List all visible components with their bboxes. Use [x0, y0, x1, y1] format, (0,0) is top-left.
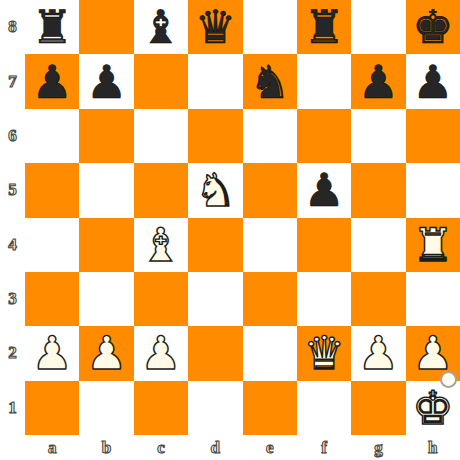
square-b5[interactable]: [79, 163, 133, 217]
square-e4[interactable]: [243, 218, 297, 272]
square-g5[interactable]: [351, 163, 405, 217]
square-c8[interactable]: ♝: [134, 0, 188, 54]
square-h1[interactable]: ♚: [406, 381, 460, 435]
square-h4[interactable]: ♜: [406, 218, 460, 272]
white-bishop[interactable]: ♝: [140, 218, 181, 272]
square-a3[interactable]: [25, 272, 79, 326]
square-e5[interactable]: [243, 163, 297, 217]
square-c6[interactable]: [134, 109, 188, 163]
square-f3[interactable]: [297, 272, 351, 326]
square-e1[interactable]: [243, 381, 297, 435]
square-a7[interactable]: ♟: [25, 54, 79, 108]
square-f1[interactable]: [297, 381, 351, 435]
rank-labels: 87654321: [0, 0, 25, 435]
square-g7[interactable]: ♟: [351, 54, 405, 108]
square-f5[interactable]: ♟: [297, 163, 351, 217]
square-d4[interactable]: [188, 218, 242, 272]
board[interactable]: ♜♝♛♜♚♟♟♞♟♟♞♟♝♜♟♟♟♛♟♟♚: [25, 0, 460, 435]
rank-label-2: 2: [0, 326, 25, 380]
square-b6[interactable]: [79, 109, 133, 163]
square-b1[interactable]: [79, 381, 133, 435]
file-label-g: g: [351, 435, 405, 460]
square-g2[interactable]: ♟: [351, 326, 405, 380]
square-d2[interactable]: [188, 326, 242, 380]
square-h6[interactable]: [406, 109, 460, 163]
square-c1[interactable]: [134, 381, 188, 435]
square-a8[interactable]: ♜: [25, 0, 79, 54]
black-rook[interactable]: ♜: [303, 0, 344, 54]
square-h7[interactable]: ♟: [406, 54, 460, 108]
rank-label-8: 8: [0, 0, 25, 54]
square-g4[interactable]: [351, 218, 405, 272]
white-rook[interactable]: ♜: [412, 218, 453, 272]
square-a2[interactable]: ♟: [25, 326, 79, 380]
square-a4[interactable]: [25, 218, 79, 272]
file-label-e: e: [243, 435, 297, 460]
rank-label-7: 7: [0, 54, 25, 108]
chess-board-screenshot: 87654321 ♜♝♛♜♚♟♟♞♟♟♞♟♝♜♟♟♟♛♟♟♚ abcdefgh: [0, 0, 460, 460]
black-pawn[interactable]: ♟: [412, 55, 453, 109]
square-d6[interactable]: [188, 109, 242, 163]
square-g8[interactable]: [351, 0, 405, 54]
square-f6[interactable]: [297, 109, 351, 163]
file-label-h: h: [406, 435, 460, 460]
square-d7[interactable]: [188, 54, 242, 108]
black-pawn[interactable]: ♟: [86, 55, 127, 109]
square-c4[interactable]: ♝: [134, 218, 188, 272]
square-d3[interactable]: [188, 272, 242, 326]
rank-label-3: 3: [0, 272, 25, 326]
square-f2[interactable]: ♛: [297, 326, 351, 380]
white-pawn[interactable]: ♟: [86, 326, 127, 380]
black-pawn[interactable]: ♟: [303, 163, 344, 217]
black-rook[interactable]: ♜: [32, 0, 73, 54]
square-e2[interactable]: [243, 326, 297, 380]
black-bishop[interactable]: ♝: [140, 0, 181, 54]
square-f4[interactable]: [297, 218, 351, 272]
square-h8[interactable]: ♚: [406, 0, 460, 54]
white-knight[interactable]: ♞: [195, 163, 236, 217]
file-label-b: b: [79, 435, 133, 460]
square-b8[interactable]: [79, 0, 133, 54]
square-g3[interactable]: [351, 272, 405, 326]
square-g1[interactable]: [351, 381, 405, 435]
white-king[interactable]: ♚: [412, 381, 453, 435]
square-d8[interactable]: ♛: [188, 0, 242, 54]
square-c3[interactable]: [134, 272, 188, 326]
square-d1[interactable]: [188, 381, 242, 435]
file-label-c: c: [134, 435, 188, 460]
square-h3[interactable]: [406, 272, 460, 326]
square-c2[interactable]: ♟: [134, 326, 188, 380]
square-h5[interactable]: [406, 163, 460, 217]
square-f7[interactable]: [297, 54, 351, 108]
square-e6[interactable]: [243, 109, 297, 163]
square-b4[interactable]: [79, 218, 133, 272]
square-e8[interactable]: [243, 0, 297, 54]
white-pawn[interactable]: ♟: [32, 326, 73, 380]
square-a6[interactable]: [25, 109, 79, 163]
rank-label-6: 6: [0, 109, 25, 163]
white-queen[interactable]: ♛: [303, 326, 344, 380]
square-g6[interactable]: [351, 109, 405, 163]
square-e3[interactable]: [243, 272, 297, 326]
file-labels: abcdefgh: [25, 435, 460, 460]
file-label-d: d: [188, 435, 242, 460]
file-label-f: f: [297, 435, 351, 460]
white-to-move-indicator: [440, 371, 457, 388]
rank-label-4: 4: [0, 218, 25, 272]
black-pawn[interactable]: ♟: [32, 55, 73, 109]
square-f8[interactable]: ♜: [297, 0, 351, 54]
square-a5[interactable]: [25, 163, 79, 217]
black-king[interactable]: ♚: [412, 0, 453, 54]
square-d5[interactable]: ♞: [188, 163, 242, 217]
square-c7[interactable]: [134, 54, 188, 108]
white-pawn[interactable]: ♟: [140, 326, 181, 380]
white-pawn[interactable]: ♟: [358, 326, 399, 380]
rank-label-1: 1: [0, 381, 25, 435]
square-e7[interactable]: ♞: [243, 54, 297, 108]
square-b3[interactable]: [79, 272, 133, 326]
black-knight[interactable]: ♞: [249, 55, 290, 109]
file-label-a: a: [25, 435, 79, 460]
black-queen[interactable]: ♛: [195, 0, 236, 54]
black-pawn[interactable]: ♟: [358, 55, 399, 109]
square-c5[interactable]: [134, 163, 188, 217]
square-b2[interactable]: ♟: [79, 326, 133, 380]
square-b7[interactable]: ♟: [79, 54, 133, 108]
square-a1[interactable]: [25, 381, 79, 435]
rank-label-5: 5: [0, 163, 25, 217]
